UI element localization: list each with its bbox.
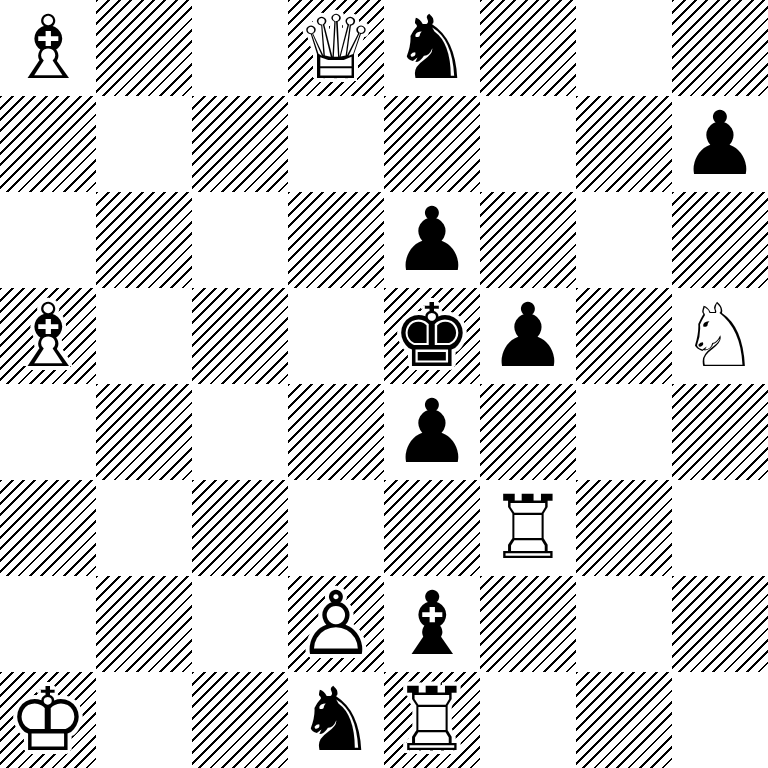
square-c3[interactable] — [192, 480, 288, 576]
square-h5[interactable]: ♞♘ — [672, 288, 768, 384]
white-rook[interactable]: ♜♖ — [480, 480, 576, 576]
square-h1[interactable] — [672, 672, 768, 768]
square-h3[interactable] — [672, 480, 768, 576]
square-b7[interactable] — [96, 96, 192, 192]
square-g6[interactable] — [576, 192, 672, 288]
black-pawn[interactable]: ♟ — [672, 96, 768, 192]
square-d3[interactable] — [288, 480, 384, 576]
square-a2[interactable] — [0, 576, 96, 672]
square-a6[interactable] — [0, 192, 96, 288]
square-b4[interactable] — [96, 384, 192, 480]
square-e6[interactable]: ♟ — [384, 192, 480, 288]
square-f4[interactable] — [480, 384, 576, 480]
square-c6[interactable] — [192, 192, 288, 288]
square-e7[interactable] — [384, 96, 480, 192]
square-b1[interactable] — [96, 672, 192, 768]
square-h7[interactable]: ♟ — [672, 96, 768, 192]
square-d8[interactable]: ♛♕ — [288, 0, 384, 96]
black-bishop[interactable]: ♝ — [384, 576, 480, 672]
square-g3[interactable] — [576, 480, 672, 576]
black-knight[interactable]: ♞ — [288, 672, 384, 768]
white-pawn[interactable]: ♟♙ — [288, 576, 384, 672]
chess-board: ♝♗♛♕♞♟♟♝♗♚♟♞♘♟♜♖♟♙♝♚♔♞♜♖ — [0, 0, 768, 768]
black-bishop-glyph: ♝ — [384, 576, 480, 672]
square-c4[interactable] — [192, 384, 288, 480]
square-a1[interactable]: ♚♔ — [0, 672, 96, 768]
white-bishop-outline: ♗ — [0, 288, 96, 384]
square-g2[interactable] — [576, 576, 672, 672]
square-f6[interactable] — [480, 192, 576, 288]
square-g4[interactable] — [576, 384, 672, 480]
square-g5[interactable] — [576, 288, 672, 384]
square-g8[interactable] — [576, 0, 672, 96]
white-king[interactable]: ♚♔ — [0, 672, 96, 768]
square-h2[interactable] — [672, 576, 768, 672]
black-pawn-glyph: ♟ — [384, 384, 480, 480]
white-knight[interactable]: ♞♘ — [672, 288, 768, 384]
square-e3[interactable] — [384, 480, 480, 576]
square-d1[interactable]: ♞ — [288, 672, 384, 768]
square-f7[interactable] — [480, 96, 576, 192]
white-queen-outline: ♕ — [288, 0, 384, 96]
black-pawn-glyph: ♟ — [672, 96, 768, 192]
square-c2[interactable] — [192, 576, 288, 672]
black-king-glyph: ♚ — [384, 288, 480, 384]
square-d4[interactable] — [288, 384, 384, 480]
square-a4[interactable] — [0, 384, 96, 480]
black-pawn[interactable]: ♟ — [384, 384, 480, 480]
square-e4[interactable]: ♟ — [384, 384, 480, 480]
square-h4[interactable] — [672, 384, 768, 480]
square-b5[interactable] — [96, 288, 192, 384]
square-e1[interactable]: ♜♖ — [384, 672, 480, 768]
square-b2[interactable] — [96, 576, 192, 672]
square-f1[interactable] — [480, 672, 576, 768]
square-d2[interactable]: ♟♙ — [288, 576, 384, 672]
black-king[interactable]: ♚ — [384, 288, 480, 384]
white-bishop-outline: ♗ — [0, 0, 96, 96]
black-pawn[interactable]: ♟ — [384, 192, 480, 288]
square-c8[interactable] — [192, 0, 288, 96]
black-pawn-glyph: ♟ — [384, 192, 480, 288]
square-c1[interactable] — [192, 672, 288, 768]
white-bishop[interactable]: ♝♗ — [0, 0, 96, 96]
white-queen[interactable]: ♛♕ — [288, 0, 384, 96]
square-a8[interactable]: ♝♗ — [0, 0, 96, 96]
square-g1[interactable] — [576, 672, 672, 768]
square-b6[interactable] — [96, 192, 192, 288]
square-d7[interactable] — [288, 96, 384, 192]
square-c5[interactable] — [192, 288, 288, 384]
square-g7[interactable] — [576, 96, 672, 192]
black-knight-glyph: ♞ — [288, 672, 384, 768]
white-rook-outline: ♖ — [384, 672, 480, 768]
black-pawn-glyph: ♟ — [480, 288, 576, 384]
square-a5[interactable]: ♝♗ — [0, 288, 96, 384]
square-a7[interactable] — [0, 96, 96, 192]
square-f2[interactable] — [480, 576, 576, 672]
black-knight-glyph: ♞ — [384, 0, 480, 96]
square-d6[interactable] — [288, 192, 384, 288]
square-e2[interactable]: ♝ — [384, 576, 480, 672]
square-a3[interactable] — [0, 480, 96, 576]
square-f8[interactable] — [480, 0, 576, 96]
white-rook[interactable]: ♜♖ — [384, 672, 480, 768]
white-bishop[interactable]: ♝♗ — [0, 288, 96, 384]
white-king-outline: ♔ — [0, 672, 96, 768]
square-e8[interactable]: ♞ — [384, 0, 480, 96]
square-d5[interactable] — [288, 288, 384, 384]
white-knight-outline: ♘ — [672, 288, 768, 384]
square-b3[interactable] — [96, 480, 192, 576]
square-c7[interactable] — [192, 96, 288, 192]
white-rook-outline: ♖ — [480, 480, 576, 576]
square-h8[interactable] — [672, 0, 768, 96]
black-knight[interactable]: ♞ — [384, 0, 480, 96]
black-pawn[interactable]: ♟ — [480, 288, 576, 384]
square-e5[interactable]: ♚ — [384, 288, 480, 384]
white-pawn-outline: ♙ — [288, 576, 384, 672]
square-f3[interactable]: ♜♖ — [480, 480, 576, 576]
square-f5[interactable]: ♟ — [480, 288, 576, 384]
square-h6[interactable] — [672, 192, 768, 288]
square-b8[interactable] — [96, 0, 192, 96]
